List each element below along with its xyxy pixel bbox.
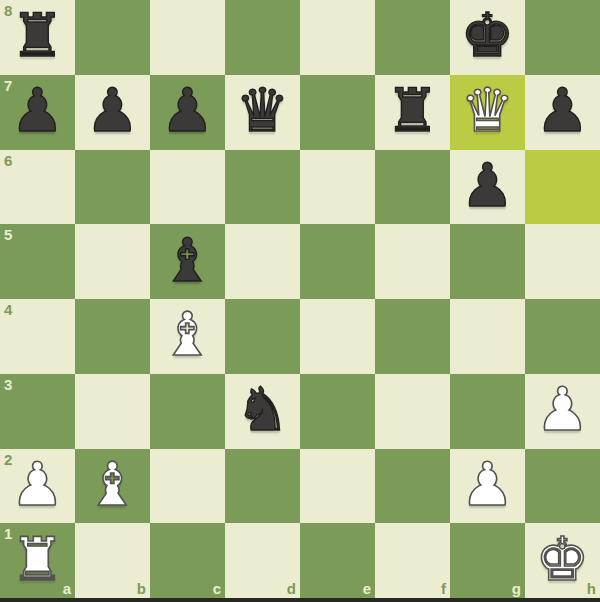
- square-d2[interactable]: [225, 449, 300, 524]
- square-c1[interactable]: c: [150, 523, 225, 598]
- piece-black-knight[interactable]: ♞: [236, 379, 290, 439]
- square-g8[interactable]: ♚: [450, 0, 525, 75]
- square-e5[interactable]: [300, 224, 375, 299]
- square-g6[interactable]: ♟: [450, 150, 525, 225]
- rank-label-6: 6: [4, 153, 12, 168]
- square-b5[interactable]: [75, 224, 150, 299]
- piece-black-pawn[interactable]: ♟: [11, 80, 65, 140]
- square-g4[interactable]: [450, 299, 525, 374]
- square-h8[interactable]: [525, 0, 600, 75]
- piece-white-bishop[interactable]: ♝: [86, 454, 140, 514]
- piece-black-rook[interactable]: ♜: [11, 5, 65, 65]
- square-h4[interactable]: [525, 299, 600, 374]
- square-c3[interactable]: [150, 374, 225, 449]
- square-b6[interactable]: [75, 150, 150, 225]
- square-f3[interactable]: [375, 374, 450, 449]
- rank-label-3: 3: [4, 377, 12, 392]
- square-f6[interactable]: [375, 150, 450, 225]
- piece-white-queen[interactable]: ♛: [461, 80, 515, 140]
- square-a4[interactable]: 4: [0, 299, 75, 374]
- square-e7[interactable]: [300, 75, 375, 150]
- file-label-f: f: [441, 581, 446, 596]
- square-f7[interactable]: ♜: [375, 75, 450, 150]
- square-d6[interactable]: [225, 150, 300, 225]
- piece-black-rook[interactable]: ♜: [386, 80, 440, 140]
- file-label-g: g: [512, 581, 521, 596]
- square-e4[interactable]: [300, 299, 375, 374]
- square-c4[interactable]: ♝: [150, 299, 225, 374]
- square-b1[interactable]: b: [75, 523, 150, 598]
- square-d7[interactable]: ♛: [225, 75, 300, 150]
- chess-board: 8♜♚7♟♟♟♛♜♛♟6♟5♝4♝3♞♟2♟♝♟1a♜bcdefgh♚: [0, 0, 600, 598]
- piece-white-pawn[interactable]: ♟: [461, 454, 515, 514]
- square-g7[interactable]: ♛: [450, 75, 525, 150]
- square-g1[interactable]: g: [450, 523, 525, 598]
- square-b3[interactable]: [75, 374, 150, 449]
- square-g5[interactable]: [450, 224, 525, 299]
- square-c2[interactable]: [150, 449, 225, 524]
- piece-black-pawn[interactable]: ♟: [536, 80, 590, 140]
- square-c7[interactable]: ♟: [150, 75, 225, 150]
- piece-black-queen[interactable]: ♛: [236, 80, 290, 140]
- piece-white-pawn[interactable]: ♟: [536, 379, 590, 439]
- square-b2[interactable]: ♝: [75, 449, 150, 524]
- square-d4[interactable]: [225, 299, 300, 374]
- piece-white-bishop[interactable]: ♝: [161, 304, 215, 364]
- chess-app: 8♜♚7♟♟♟♛♜♛♟6♟5♝4♝3♞♟2♟♝♟1a♜bcdefgh♚: [0, 0, 600, 602]
- square-f8[interactable]: [375, 0, 450, 75]
- square-c5[interactable]: ♝: [150, 224, 225, 299]
- file-label-e: e: [363, 581, 371, 596]
- square-f4[interactable]: [375, 299, 450, 374]
- square-f5[interactable]: [375, 224, 450, 299]
- square-c8[interactable]: [150, 0, 225, 75]
- piece-black-pawn[interactable]: ♟: [461, 155, 515, 215]
- file-label-d: d: [287, 581, 296, 596]
- piece-black-pawn[interactable]: ♟: [86, 80, 140, 140]
- square-h6[interactable]: [525, 150, 600, 225]
- square-a5[interactable]: 5: [0, 224, 75, 299]
- square-a2[interactable]: 2♟: [0, 449, 75, 524]
- square-d5[interactable]: [225, 224, 300, 299]
- square-h5[interactable]: [525, 224, 600, 299]
- square-c6[interactable]: [150, 150, 225, 225]
- square-f1[interactable]: f: [375, 523, 450, 598]
- square-e6[interactable]: [300, 150, 375, 225]
- square-b4[interactable]: [75, 299, 150, 374]
- piece-black-pawn[interactable]: ♟: [161, 80, 215, 140]
- square-d1[interactable]: d: [225, 523, 300, 598]
- bottom-bar: [0, 598, 600, 602]
- square-g3[interactable]: [450, 374, 525, 449]
- piece-white-king[interactable]: ♚: [536, 529, 590, 589]
- square-h2[interactable]: [525, 449, 600, 524]
- square-e8[interactable]: [300, 0, 375, 75]
- square-e3[interactable]: [300, 374, 375, 449]
- piece-white-pawn[interactable]: ♟: [11, 454, 65, 514]
- rank-label-4: 4: [4, 302, 12, 317]
- piece-white-rook[interactable]: ♜: [11, 529, 65, 589]
- square-a1[interactable]: 1a♜: [0, 523, 75, 598]
- square-g2[interactable]: ♟: [450, 449, 525, 524]
- square-a6[interactable]: 6: [0, 150, 75, 225]
- square-a8[interactable]: 8♜: [0, 0, 75, 75]
- piece-black-king[interactable]: ♚: [461, 5, 515, 65]
- square-h7[interactable]: ♟: [525, 75, 600, 150]
- square-a7[interactable]: 7♟: [0, 75, 75, 150]
- file-label-c: c: [213, 581, 221, 596]
- square-d8[interactable]: [225, 0, 300, 75]
- square-b8[interactable]: [75, 0, 150, 75]
- square-f2[interactable]: [375, 449, 450, 524]
- piece-black-bishop[interactable]: ♝: [161, 230, 215, 290]
- square-h3[interactable]: ♟: [525, 374, 600, 449]
- square-h1[interactable]: h♚: [525, 523, 600, 598]
- square-b7[interactable]: ♟: [75, 75, 150, 150]
- square-a3[interactable]: 3: [0, 374, 75, 449]
- square-d3[interactable]: ♞: [225, 374, 300, 449]
- square-e1[interactable]: e: [300, 523, 375, 598]
- square-e2[interactable]: [300, 449, 375, 524]
- file-label-b: b: [137, 581, 146, 596]
- rank-label-5: 5: [4, 227, 12, 242]
